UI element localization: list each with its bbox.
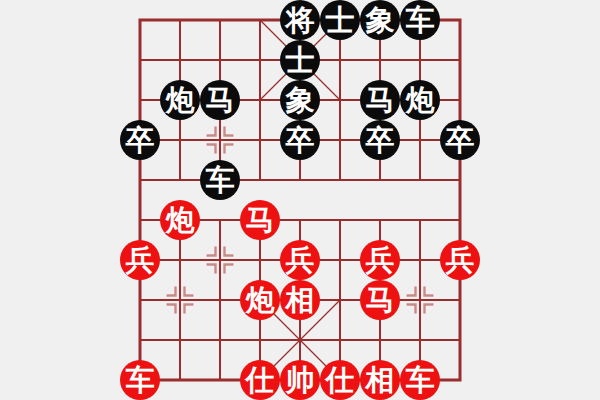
piece-black-soldier[interactable]: 卒: [440, 120, 480, 160]
piece-red-elephant[interactable]: 相: [280, 280, 320, 320]
piece-red-chariot[interactable]: 车: [400, 360, 440, 400]
piece-black-horse[interactable]: 马: [200, 80, 240, 120]
piece-red-chariot[interactable]: 车: [120, 360, 160, 400]
piece-black-advisor[interactable]: 士: [320, 0, 360, 40]
piece-red-horse[interactable]: 马: [240, 200, 280, 240]
piece-red-soldier[interactable]: 兵: [440, 240, 480, 280]
piece-red-general[interactable]: 帅: [280, 360, 320, 400]
piece-red-soldier[interactable]: 兵: [280, 240, 320, 280]
piece-black-soldier[interactable]: 卒: [280, 120, 320, 160]
piece-black-general[interactable]: 将: [280, 0, 320, 40]
piece-red-cannon[interactable]: 炮: [240, 280, 280, 320]
piece-black-chariot[interactable]: 车: [400, 0, 440, 40]
piece-red-soldier[interactable]: 兵: [360, 240, 400, 280]
piece-black-chariot[interactable]: 车: [200, 160, 240, 200]
piece-red-horse[interactable]: 马: [360, 280, 400, 320]
piece-black-horse[interactable]: 马: [360, 80, 400, 120]
piece-black-advisor[interactable]: 士: [280, 40, 320, 80]
piece-red-elephant[interactable]: 相: [360, 360, 400, 400]
piece-red-advisor[interactable]: 仕: [240, 360, 280, 400]
piece-red-soldier[interactable]: 兵: [120, 240, 160, 280]
piece-black-elephant[interactable]: 象: [360, 0, 400, 40]
piece-black-soldier[interactable]: 卒: [360, 120, 400, 160]
piece-red-advisor[interactable]: 仕: [320, 360, 360, 400]
piece-black-cannon[interactable]: 炮: [400, 80, 440, 120]
piece-red-cannon[interactable]: 炮: [160, 200, 200, 240]
pieces-layer: 将士象车士炮马象马炮卒卒卒卒车炮马兵兵兵兵炮相马车仕帅仕相车: [0, 0, 600, 400]
piece-black-soldier[interactable]: 卒: [120, 120, 160, 160]
xiangqi-board-screen: 将士象车士炮马象马炮卒卒卒卒车炮马兵兵兵兵炮相马车仕帅仕相车: [0, 0, 600, 400]
piece-black-elephant[interactable]: 象: [280, 80, 320, 120]
piece-black-cannon[interactable]: 炮: [160, 80, 200, 120]
